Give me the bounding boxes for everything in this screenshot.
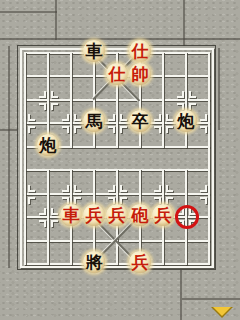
point-marker [120, 197, 127, 204]
menu-down-triangle-icon[interactable] [211, 307, 233, 318]
texture-seam [0, 38, 240, 40]
point-marker [62, 114, 69, 121]
xiangqi-piece-red-soldier[interactable]: 兵 [152, 204, 174, 226]
board-grid-line-vertical [162, 52, 164, 148]
point-marker [39, 103, 46, 110]
xiangqi-piece-black-cannon[interactable]: 炮 [175, 110, 197, 132]
point-marker [154, 197, 161, 204]
point-marker [74, 197, 81, 204]
point-marker [51, 220, 58, 227]
point-marker [200, 185, 207, 192]
point-marker [74, 114, 81, 121]
board-grid-line-vertical [24, 52, 26, 265]
point-marker [177, 91, 184, 98]
point-marker [154, 185, 161, 192]
point-marker [28, 114, 35, 121]
point-marker [28, 185, 35, 192]
point-marker [108, 197, 115, 204]
point-marker [120, 185, 127, 192]
point-marker [74, 185, 81, 192]
board-grid-line-vertical [70, 52, 72, 148]
point-marker [177, 103, 184, 110]
texture-seam [0, 129, 17, 131]
point-marker [39, 91, 46, 98]
xiangqi-game-screen: 車仕仕帥馬卒炮炮車兵兵砲兵將兵 [0, 0, 240, 320]
point-marker [108, 126, 115, 133]
point-marker [189, 91, 196, 98]
xiangqi-piece-black-chariot[interactable]: 車 [83, 40, 105, 62]
xiangqi-piece-black-soldier[interactable]: 卒 [129, 110, 151, 132]
texture-seam [218, 48, 220, 130]
point-marker [62, 197, 69, 204]
point-marker [200, 114, 207, 121]
point-marker [120, 126, 127, 133]
point-marker [120, 114, 127, 121]
cursor-highlight-ring[interactable] [175, 205, 199, 229]
point-marker [74, 126, 81, 133]
texture-seam [182, 298, 240, 300]
point-marker [51, 103, 58, 110]
texture-seam [183, 0, 185, 46]
point-marker [108, 185, 115, 192]
menu-down-triangle-fill [213, 307, 231, 316]
point-marker [108, 114, 115, 121]
board-grid-line-vertical [208, 52, 210, 265]
point-marker [200, 197, 207, 204]
point-marker [62, 185, 69, 192]
point-marker [51, 208, 58, 215]
point-marker [166, 126, 173, 133]
xiangqi-piece-black-horse[interactable]: 馬 [83, 110, 105, 132]
point-marker [154, 114, 161, 121]
xiangqi-piece-black-cannon[interactable]: 炮 [37, 134, 59, 156]
board-grid-line-vertical [185, 52, 187, 148]
xiangqi-piece-red-chariot[interactable]: 車 [60, 204, 82, 226]
texture-seam [8, 46, 10, 268]
xiangqi-piece-red-soldier[interactable]: 兵 [83, 204, 105, 226]
xiangqi-piece-red-soldier[interactable]: 兵 [106, 204, 128, 226]
point-marker [39, 208, 46, 215]
xiangqi-piece-red-advisor[interactable]: 仕 [106, 63, 128, 85]
texture-seam [180, 270, 182, 320]
point-marker [154, 126, 161, 133]
texture-seam [0, 11, 57, 13]
xiangqi-piece-black-general[interactable]: 將 [83, 251, 105, 273]
point-marker [28, 197, 35, 204]
point-marker [189, 103, 196, 110]
xiangqi-piece-red-advisor[interactable]: 仕 [129, 40, 151, 62]
point-marker [28, 126, 35, 133]
xiangqi-piece-red-soldier[interactable]: 兵 [129, 251, 151, 273]
point-marker [62, 126, 69, 133]
point-marker [39, 220, 46, 227]
board-grid-line-vertical [47, 169, 49, 265]
point-marker [51, 91, 58, 98]
point-marker [166, 114, 173, 121]
point-marker [166, 197, 173, 204]
xiangqi-piece-red-general[interactable]: 帥 [129, 63, 151, 85]
point-marker [200, 126, 207, 133]
xiangqi-piece-red-cannon[interactable]: 砲 [129, 204, 151, 226]
texture-seam [55, 0, 57, 40]
point-marker [166, 185, 173, 192]
